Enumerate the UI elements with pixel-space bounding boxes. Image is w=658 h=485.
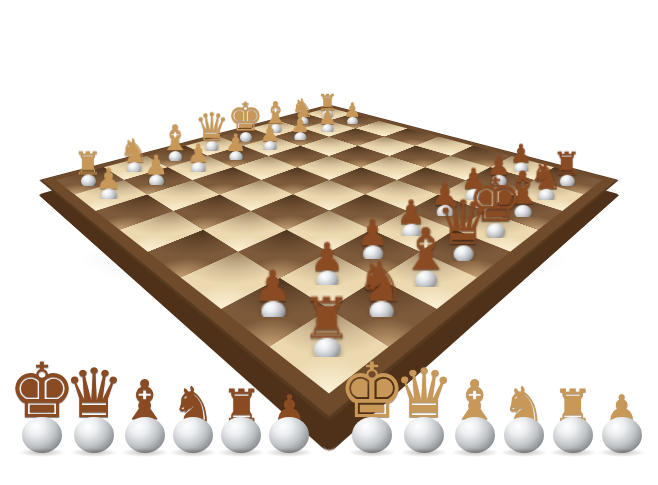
oak-rook-display: ♜ — [548, 385, 597, 457]
oak-king-display: ♚ — [346, 356, 398, 457]
piece-shadow — [400, 448, 448, 457]
chrome-ball — [149, 175, 164, 188]
piece-lineup-oak: ♚♛♝♞♜♟ — [346, 356, 646, 457]
piece-shadow — [598, 448, 646, 457]
piece-shadow — [500, 448, 548, 457]
piece-shadow — [451, 448, 499, 457]
walnut-king-display: ♚ — [16, 356, 68, 457]
product-photo: ♜♟♟♜♞♟♟♞♝♟♟♝♚♟♟♚♛♟♟♛♝♟♟♝♞♟♟♞♜♟♟♜ ♚♛♝♞♜♟ … — [0, 0, 658, 485]
walnut-rook-display: ♜ — [217, 385, 265, 457]
piece-shadow — [217, 448, 265, 457]
walnut-queen-display: ♛ — [68, 363, 120, 457]
piece-lineups: ♚♛♝♞♜♟ ♚♛♝♞♜♟ — [0, 300, 658, 485]
chrome-ball — [191, 162, 205, 174]
walnut-pawn-display: ♟ — [265, 392, 313, 457]
board-scene: ♜♟♟♜♞♟♟♞♝♟♟♝♚♟♟♚♛♟♟♛♝♟♟♝♞♟♟♞♜♟♟♜ — [0, 0, 658, 308]
chrome-ball — [229, 151, 242, 163]
piece-shadow — [549, 448, 597, 457]
oak-queen-display: ♛ — [398, 363, 450, 457]
piece-shadow — [70, 448, 118, 457]
piece-lineup-walnut: ♚♛♝♞♜♟ — [16, 356, 312, 457]
piece-shadow — [348, 448, 396, 457]
chrome-ball — [100, 189, 116, 203]
chrome-ball — [263, 141, 276, 152]
oak-pawn-display: ♟ — [597, 392, 646, 457]
piece-shadow — [169, 448, 217, 457]
oak-knight-display: ♞ — [499, 382, 548, 457]
square-b3[interactable] — [147, 180, 220, 211]
piece-shadow — [121, 448, 169, 457]
walnut-bishop-display: ♝ — [120, 375, 169, 457]
oak-bishop-display: ♝ — [450, 375, 499, 457]
walnut-knight-display: ♞ — [169, 382, 217, 457]
piece-shadow — [265, 448, 313, 457]
chrome-ball — [294, 132, 306, 142]
piece-shadow — [18, 448, 66, 457]
light-pawn[interactable]: ♟ — [76, 166, 140, 202]
